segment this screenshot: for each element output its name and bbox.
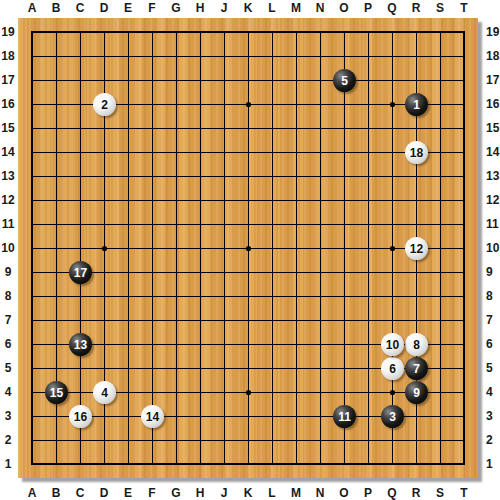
stone-white-12: 12 [405, 237, 428, 260]
column-label: A [20, 485, 44, 500]
column-label: E [116, 485, 140, 500]
star-point [102, 246, 107, 251]
column-label: H [188, 0, 212, 16]
column-label: L [260, 0, 284, 16]
stone-black-13: 13 [69, 333, 92, 356]
column-label: L [260, 485, 284, 500]
column-label: T [452, 0, 476, 16]
column-label: F [140, 485, 164, 500]
column-label: J [212, 485, 236, 500]
row-label: 3 [486, 408, 500, 424]
row-label: 4 [0, 384, 16, 400]
row-label: 19 [0, 24, 16, 40]
row-label: 1 [0, 456, 16, 472]
row-label: 13 [486, 168, 500, 184]
column-label: M [284, 0, 308, 16]
column-label: A [20, 0, 44, 16]
move-number: 12 [410, 242, 423, 256]
move-number: 6 [389, 362, 396, 376]
column-label: O [332, 485, 356, 500]
stone-white-2: 2 [93, 93, 116, 116]
row-label: 6 [0, 336, 16, 352]
column-label: O [332, 0, 356, 16]
column-label: N [308, 485, 332, 500]
column-label: J [212, 0, 236, 16]
move-number: 16 [74, 410, 87, 424]
stone-white-10: 10 [381, 333, 404, 356]
row-label: 13 [0, 168, 16, 184]
row-label: 5 [486, 360, 500, 376]
star-point [246, 390, 251, 395]
stone-black-15: 15 [45, 381, 68, 404]
move-number: 9 [413, 386, 420, 400]
stone-white-6: 6 [381, 357, 404, 380]
stone-white-4: 4 [93, 381, 116, 404]
column-label: G [164, 0, 188, 16]
stone-white-14: 14 [141, 405, 164, 428]
column-label: K [236, 0, 260, 16]
row-label: 16 [486, 96, 500, 112]
move-number: 7 [413, 362, 420, 376]
row-label: 16 [0, 96, 16, 112]
stone-black-7: 7 [405, 357, 428, 380]
column-label: R [404, 485, 428, 500]
row-label: 10 [486, 240, 500, 256]
move-number: 11 [338, 410, 351, 424]
go-board[interactable]: 123456789101112131415161718 [18, 18, 478, 478]
row-label: 9 [486, 264, 500, 280]
move-number: 13 [74, 338, 87, 352]
row-label: 8 [0, 288, 16, 304]
row-label: 7 [0, 312, 16, 328]
row-label: 11 [486, 216, 500, 232]
stone-black-5: 5 [333, 69, 356, 92]
star-point [246, 102, 251, 107]
move-number: 14 [146, 410, 159, 424]
row-label: 19 [486, 24, 500, 40]
column-label: B [44, 0, 68, 16]
row-label: 18 [486, 48, 500, 64]
move-number: 10 [386, 338, 399, 352]
move-number: 2 [101, 98, 108, 112]
stone-black-3: 3 [381, 405, 404, 428]
column-label: Q [380, 0, 404, 16]
row-label: 15 [486, 120, 500, 136]
stone-black-9: 9 [405, 381, 428, 404]
move-number: 18 [410, 146, 423, 160]
column-label: S [428, 0, 452, 16]
row-label: 15 [0, 120, 16, 136]
star-point [390, 246, 395, 251]
row-label: 12 [0, 192, 16, 208]
row-label: 9 [0, 264, 16, 280]
star-point [390, 102, 395, 107]
go-diagram: ABCDEFGHJKLMNOPQRST ABCDEFGHJKLMNOPQRST … [0, 0, 500, 500]
row-label: 4 [486, 384, 500, 400]
row-label: 5 [0, 360, 16, 376]
row-label: 10 [0, 240, 16, 256]
column-label: N [308, 0, 332, 16]
column-label: R [404, 0, 428, 16]
star-point [390, 390, 395, 395]
row-label: 2 [0, 432, 16, 448]
column-label: C [68, 0, 92, 16]
stone-black-11: 11 [333, 405, 356, 428]
column-label: S [428, 485, 452, 500]
row-label: 1 [486, 456, 500, 472]
column-label: M [284, 485, 308, 500]
row-label: 14 [486, 144, 500, 160]
stone-white-16: 16 [69, 405, 92, 428]
move-number: 1 [413, 98, 420, 112]
stone-black-17: 17 [69, 261, 92, 284]
row-label: 18 [0, 48, 16, 64]
row-label: 17 [0, 72, 16, 88]
move-number: 8 [413, 338, 420, 352]
column-label: H [188, 485, 212, 500]
star-point [246, 246, 251, 251]
row-label: 3 [0, 408, 16, 424]
row-label: 11 [0, 216, 16, 232]
row-label: 12 [486, 192, 500, 208]
move-number: 3 [389, 410, 396, 424]
stone-white-18: 18 [405, 141, 428, 164]
column-label: D [92, 485, 116, 500]
stone-white-8: 8 [405, 333, 428, 356]
row-label: 8 [486, 288, 500, 304]
column-label: P [356, 485, 380, 500]
row-label: 6 [486, 336, 500, 352]
column-label: D [92, 0, 116, 16]
column-label: F [140, 0, 164, 16]
column-label: K [236, 485, 260, 500]
column-label: C [68, 485, 92, 500]
row-label: 2 [486, 432, 500, 448]
move-number: 15 [50, 386, 63, 400]
move-number: 5 [341, 74, 348, 88]
column-label: E [116, 0, 140, 16]
column-label: T [452, 485, 476, 500]
row-label: 17 [486, 72, 500, 88]
column-label: P [356, 0, 380, 16]
column-label: B [44, 485, 68, 500]
row-label: 7 [486, 312, 500, 328]
move-number: 17 [74, 266, 87, 280]
column-label: G [164, 485, 188, 500]
row-label: 14 [0, 144, 16, 160]
stone-black-1: 1 [405, 93, 428, 116]
column-label: Q [380, 485, 404, 500]
move-number: 4 [101, 386, 108, 400]
